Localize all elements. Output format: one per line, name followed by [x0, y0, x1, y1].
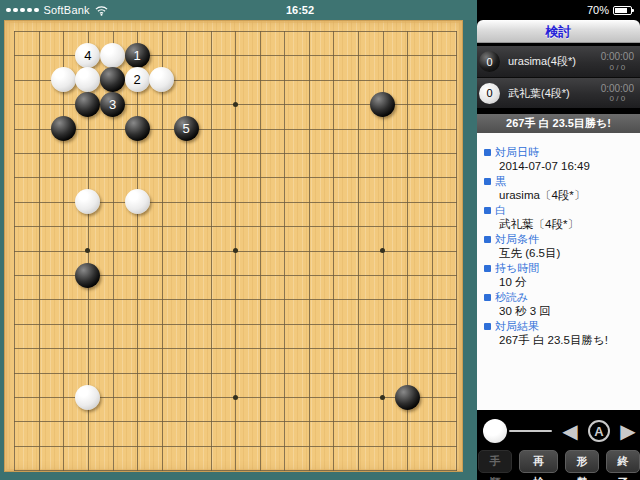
info-label-text: 対局日時	[495, 146, 539, 159]
info-label-text: 白	[495, 204, 506, 217]
info-item: 対局条件 互先 (6.5目)	[484, 233, 635, 260]
move-number-label: 4	[84, 48, 91, 63]
next-move-button[interactable]: ▶	[617, 418, 639, 444]
move-number-label: 1	[133, 48, 140, 63]
action-buttons-row: 手順再検討形勢終了	[477, 450, 640, 473]
star-point	[380, 248, 385, 253]
black-stone	[370, 92, 395, 117]
star-point	[380, 395, 385, 400]
white-stone	[125, 189, 150, 214]
bullet-icon	[484, 323, 491, 330]
grid-line	[309, 31, 310, 471]
move-slider[interactable]	[482, 418, 552, 444]
captures-stone-icon: 0	[479, 83, 500, 104]
clock-time: 0:00:00	[601, 51, 634, 63]
byoyomi-periods: 0 / 0	[601, 94, 634, 103]
white-stone: 2	[125, 67, 150, 92]
grid-line	[14, 299, 457, 300]
captures-count: 0	[486, 56, 492, 68]
info-value: 2014-07-07 16:49	[499, 160, 631, 173]
info-item: 対局日時 2014-07-07 16:49	[484, 146, 635, 173]
grid-line	[14, 470, 457, 471]
grid-line	[14, 373, 457, 374]
bullet-icon	[484, 236, 491, 243]
player-clock: 0:00:00 0 / 0	[601, 51, 634, 72]
white-stone	[149, 67, 174, 92]
star-point	[85, 248, 90, 253]
player-clock: 0:00:00 0 / 0	[601, 83, 634, 104]
clock-time: 0:00:00	[601, 83, 634, 95]
info-label-text: 秒読み	[495, 291, 528, 304]
review-sidebar: 70% 検討 0 urasima(4段*) 0:00:00 0 / 0 0 武礼…	[477, 0, 640, 480]
screen: SoftBank 16:52 41235 70% 検討 0 urasima(4段…	[0, 0, 640, 480]
black-stone	[51, 116, 76, 141]
black-stone	[100, 67, 125, 92]
board-pane: SoftBank 16:52 41235	[0, 0, 477, 480]
player-row: 0 武礼葉(4段*) 0:00:00 0 / 0	[477, 77, 640, 108]
white-stone	[75, 67, 100, 92]
grid-line	[456, 31, 457, 471]
end-review-button[interactable]: 終了	[606, 450, 640, 473]
go-board[interactable]: 41235	[4, 20, 463, 472]
white-stone	[75, 189, 100, 214]
black-stone: 5	[174, 116, 199, 141]
re-review-button[interactable]: 再検討	[519, 450, 559, 473]
player-name: urasima(4段*)	[508, 54, 601, 69]
info-label: 対局結果	[484, 320, 635, 333]
info-label: 白	[484, 204, 635, 217]
info-item: 対局結果 267手 白 23.5目勝ち!	[484, 320, 635, 347]
bullet-icon	[484, 207, 491, 214]
bullet-icon	[484, 294, 491, 301]
star-point	[233, 395, 238, 400]
info-item: 黒 urasima〔4段*〕	[484, 175, 635, 202]
wifi-icon	[95, 5, 108, 16]
bullet-icon	[484, 265, 491, 272]
result-banner: 267手 白 23.5目勝ち!	[477, 114, 640, 133]
move-number-label: 5	[183, 121, 190, 136]
info-item: 秒読み 30 秒 3 回	[484, 291, 635, 318]
grid-line	[284, 31, 285, 471]
info-label: 秒読み	[484, 291, 635, 304]
bullet-icon	[484, 149, 491, 156]
score-estimate-button[interactable]: 形勢	[565, 450, 599, 473]
grid-line	[14, 421, 457, 422]
captures-count: 0	[486, 87, 492, 99]
info-value: urasima〔4段*〕	[499, 189, 631, 202]
grid-line	[358, 31, 359, 471]
move-number-label: 3	[109, 97, 116, 112]
info-item: 白 武礼葉〔4段*〕	[484, 204, 635, 231]
info-value: 30 秒 3 回	[499, 305, 631, 318]
move-order-button[interactable]: 手順	[478, 450, 512, 473]
byoyomi-periods: 0 / 0	[601, 63, 634, 72]
review-controls: ◀ A ▶ 手順再検討形勢終了	[477, 410, 640, 480]
black-stone	[395, 385, 420, 410]
info-label: 持ち時間	[484, 262, 635, 275]
info-value: 267手 白 23.5目勝ち!	[499, 334, 631, 347]
grid-line	[14, 446, 457, 447]
review-title: 検討	[477, 20, 640, 43]
auto-play-letter: A	[594, 424, 603, 439]
signal-strength-icon	[6, 8, 39, 13]
move-number-label: 2	[133, 72, 140, 87]
black-stone	[125, 116, 150, 141]
slider-row: ◀ A ▶	[482, 416, 640, 446]
white-stone: 4	[75, 43, 100, 68]
player-name: 武礼葉(4段*)	[508, 86, 601, 101]
black-stone: 1	[125, 43, 150, 68]
star-point	[233, 102, 238, 107]
info-label-text: 黒	[495, 175, 506, 188]
battery-icon	[613, 6, 632, 15]
black-stone: 3	[100, 92, 125, 117]
info-label-text: 持ち時間	[495, 262, 539, 275]
grid-line	[14, 348, 457, 349]
star-point	[233, 248, 238, 253]
info-item: 持ち時間 10 分	[484, 262, 635, 289]
slider-track	[509, 430, 552, 432]
bullet-icon	[484, 178, 491, 185]
info-label: 対局日時	[484, 146, 635, 159]
info-value: 武礼葉〔4段*〕	[499, 218, 631, 231]
carrier-label: SoftBank	[44, 4, 90, 16]
info-label-text: 対局条件	[495, 233, 539, 246]
info-value: 互先 (6.5目)	[499, 247, 631, 260]
battery-percent-label: 70%	[587, 4, 609, 16]
black-stone	[75, 92, 100, 117]
info-label-text: 対局結果	[495, 320, 539, 333]
white-stone	[75, 385, 100, 410]
info-label: 黒	[484, 175, 635, 188]
slider-thumb[interactable]	[483, 419, 507, 443]
black-stone	[75, 263, 100, 288]
grid-line	[432, 31, 433, 471]
captures-stone-icon: 0	[479, 51, 500, 72]
grid-line	[333, 31, 334, 471]
status-bar: SoftBank 16:52	[0, 0, 477, 20]
auto-play-button[interactable]: A	[588, 420, 610, 442]
status-bar-right: 70%	[477, 0, 640, 20]
game-info-list: 対局日時 2014-07-07 16:49 黒 urasima〔4段*〕 白 武…	[477, 133, 640, 410]
clock-label: 16:52	[277, 0, 323, 20]
white-stone	[100, 43, 125, 68]
info-value: 10 分	[499, 276, 631, 289]
white-stone	[51, 67, 76, 92]
prev-move-button[interactable]: ◀	[559, 418, 581, 444]
grid-line	[260, 31, 261, 471]
info-label: 対局条件	[484, 233, 635, 246]
players-list: 0 urasima(4段*) 0:00:00 0 / 0 0 武礼葉(4段*) …	[477, 46, 640, 108]
player-row: 0 urasima(4段*) 0:00:00 0 / 0	[477, 46, 640, 77]
grid-line	[14, 324, 457, 325]
